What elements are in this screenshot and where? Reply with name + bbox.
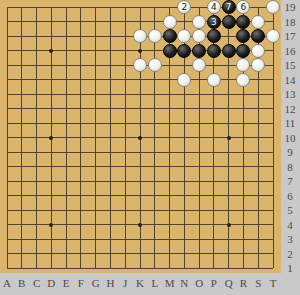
- stone-white-K17[interactable]: [133, 29, 147, 43]
- stone-black-P16[interactable]: [207, 44, 221, 58]
- stone-black-Q16[interactable]: [222, 44, 236, 58]
- stone-white-O15[interactable]: [192, 58, 206, 72]
- row-label-18: 18: [280, 15, 300, 29]
- grid-line: [7, 253, 273, 254]
- column-label-E: E: [59, 276, 74, 290]
- column-label-Q: Q: [221, 276, 236, 290]
- go-board[interactable]: 24763: [0, 0, 281, 273]
- stone-black-O16[interactable]: [192, 44, 206, 58]
- column-label-A: A: [0, 276, 15, 290]
- column-label-P: P: [206, 276, 221, 290]
- row-label-9: 9: [280, 145, 300, 159]
- stone-black-M16[interactable]: [163, 44, 177, 58]
- row-label-3: 3: [280, 232, 300, 246]
- row-label-13: 13: [280, 87, 300, 101]
- grid-line: [273, 7, 274, 268]
- stone-black-Q19[interactable]: 7: [222, 0, 236, 14]
- stone-white-K15[interactable]: [133, 58, 147, 72]
- stone-white-N19[interactable]: 2: [177, 0, 191, 14]
- grid-line: [7, 268, 273, 269]
- star-point: [49, 136, 53, 140]
- stone-black-P17[interactable]: [207, 29, 221, 43]
- stone-white-S16[interactable]: [251, 44, 265, 58]
- star-point: [138, 49, 142, 53]
- stone-white-R14[interactable]: [236, 73, 250, 87]
- move-number-label: 3: [211, 15, 217, 29]
- column-label-R: R: [236, 276, 251, 290]
- move-number-label: 6: [241, 0, 247, 14]
- stone-white-S18[interactable]: [251, 15, 265, 29]
- grid-line: [7, 166, 273, 167]
- stone-white-P14[interactable]: [207, 73, 221, 87]
- grid-line: [7, 195, 273, 196]
- row-label-8: 8: [280, 160, 300, 174]
- row-label-19: 19: [280, 0, 300, 14]
- row-label-10: 10: [280, 131, 300, 145]
- go-diagram: 24763 19181716151413121110987654321 ABCD…: [0, 0, 300, 295]
- row-label-4: 4: [280, 218, 300, 232]
- stone-white-O18[interactable]: [192, 15, 206, 29]
- row-label-15: 15: [280, 58, 300, 72]
- stone-black-R16[interactable]: [236, 44, 250, 58]
- column-label-O: O: [192, 276, 207, 290]
- stone-white-M18[interactable]: [163, 15, 177, 29]
- row-label-14: 14: [280, 73, 300, 87]
- column-label-J: J: [118, 276, 133, 290]
- stone-white-O17[interactable]: [192, 29, 206, 43]
- stone-white-L17[interactable]: [148, 29, 162, 43]
- row-label-11: 11: [280, 116, 300, 130]
- column-label-F: F: [73, 276, 88, 290]
- column-label-C: C: [29, 276, 44, 290]
- stone-white-R15[interactable]: [236, 58, 250, 72]
- stone-white-R19[interactable]: 6: [236, 0, 250, 14]
- move-number-label: 4: [211, 0, 217, 14]
- grid-line: [7, 239, 273, 240]
- column-label-M: M: [162, 276, 177, 290]
- row-label-5: 5: [280, 203, 300, 217]
- column-label-L: L: [147, 276, 162, 290]
- grid-line: [154, 7, 155, 268]
- stone-white-S15[interactable]: [251, 58, 265, 72]
- row-label-2: 2: [280, 247, 300, 261]
- row-label-6: 6: [280, 189, 300, 203]
- stone-black-R17[interactable]: [236, 29, 250, 43]
- star-point: [138, 223, 142, 227]
- stone-white-L15[interactable]: [148, 58, 162, 72]
- grid-line: [7, 152, 273, 153]
- column-label-G: G: [88, 276, 103, 290]
- stone-white-N14[interactable]: [177, 73, 191, 87]
- column-label-K: K: [133, 276, 148, 290]
- column-label-D: D: [44, 276, 59, 290]
- star-point: [227, 136, 231, 140]
- column-label-S: S: [251, 276, 266, 290]
- star-point: [138, 136, 142, 140]
- stone-black-N16[interactable]: [177, 44, 191, 58]
- row-label-1: 1: [280, 261, 300, 275]
- grid-line: [7, 181, 273, 182]
- stone-white-T19[interactable]: [266, 0, 280, 14]
- stone-black-Q18[interactable]: [222, 15, 236, 29]
- column-label-H: H: [103, 276, 118, 290]
- stone-white-P19[interactable]: 4: [207, 0, 221, 14]
- stone-white-T17[interactable]: [266, 29, 280, 43]
- column-label-N: N: [177, 276, 192, 290]
- stone-black-M17[interactable]: [163, 29, 177, 43]
- stone-black-S17[interactable]: [251, 29, 265, 43]
- star-point: [49, 223, 53, 227]
- row-label-12: 12: [280, 102, 300, 116]
- column-label-T: T: [266, 276, 281, 290]
- stone-black-R18[interactable]: [236, 15, 250, 29]
- stone-black-P18[interactable]: 3: [207, 15, 221, 29]
- grid-line: [7, 210, 273, 211]
- row-label-7: 7: [280, 174, 300, 188]
- star-point: [49, 49, 53, 53]
- column-label-B: B: [14, 276, 29, 290]
- stone-white-N17[interactable]: [177, 29, 191, 43]
- star-point: [227, 223, 231, 227]
- row-label-16: 16: [280, 44, 300, 58]
- row-label-17: 17: [280, 29, 300, 43]
- move-number-label: 7: [226, 0, 232, 14]
- move-number-label: 2: [181, 0, 187, 14]
